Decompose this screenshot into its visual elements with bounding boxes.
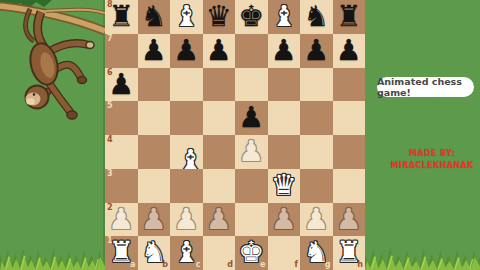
chess-board: 8♜♞♝♛♚♝♞♜7♟♟♟♟♟♟6♟5♟4♝♟3♛2♟♟♟♟♟♟♟1a♜b♞c♝… <box>105 0 365 270</box>
square-b2[interactable]: ♟ <box>138 203 171 237</box>
square-b1[interactable]: b♞ <box>138 236 171 270</box>
black-pawn-c7: ♟ <box>170 34 203 68</box>
rank-label-3: 3 <box>107 170 113 178</box>
rank-label-7: 7 <box>107 35 113 43</box>
square-b7[interactable]: ♟ <box>138 34 171 68</box>
square-c1[interactable]: c♝ <box>170 236 203 270</box>
square-g4[interactable] <box>300 135 333 169</box>
black-queen-d8: ♛ <box>203 0 236 34</box>
monkey-hand <box>86 42 94 49</box>
square-c2[interactable]: ♟ <box>170 203 203 237</box>
white-pawn-b2: ♟ <box>138 203 171 237</box>
rank-label-8: 8 <box>107 1 113 9</box>
video-frame: 8♜♞♝♛♚♝♞♜7♟♟♟♟♟♟6♟5♟4♝♟3♛2♟♟♟♟♟♟♟1a♜b♞c♝… <box>0 0 480 270</box>
square-c8[interactable]: ♝ <box>170 0 203 34</box>
square-e4[interactable]: ♟ <box>235 135 268 169</box>
square-h6[interactable] <box>333 68 366 102</box>
white-bishop-c8: ♝ <box>170 0 203 34</box>
square-d7[interactable]: ♟ <box>203 34 236 68</box>
file-label-a: a <box>130 261 135 269</box>
credit-line-2: MIRACLEKHANAK <box>384 160 480 172</box>
rank-label-6: 6 <box>107 69 113 77</box>
square-e5[interactable]: ♟ <box>235 101 268 135</box>
square-e7[interactable] <box>235 34 268 68</box>
square-e2[interactable] <box>235 203 268 237</box>
white-queen-f3: ♛ <box>268 169 301 203</box>
square-g6[interactable] <box>300 68 333 102</box>
square-f5[interactable] <box>268 101 301 135</box>
square-d8[interactable]: ♛ <box>203 0 236 34</box>
square-h4[interactable] <box>333 135 366 169</box>
monkey-hanging-illustration <box>0 0 105 138</box>
square-d1[interactable]: d <box>203 236 236 270</box>
square-f2[interactable]: ♟ <box>268 203 301 237</box>
file-label-b: b <box>162 261 168 269</box>
square-a1[interactable]: 1a♜ <box>105 236 138 270</box>
rank-label-4: 4 <box>107 136 113 144</box>
caption-pill: Animated chess game! <box>377 77 474 97</box>
black-rook-h8: ♜ <box>333 0 366 34</box>
credit-line-1: MADE BY: <box>384 148 480 160</box>
grass-right-icon <box>365 242 480 270</box>
square-e8[interactable]: ♚ <box>235 0 268 34</box>
rank-label-1: 1 <box>107 237 113 245</box>
rank-label-5: 5 <box>107 102 113 110</box>
black-pawn-h7: ♟ <box>333 34 366 68</box>
square-h3[interactable] <box>333 169 366 203</box>
square-a3[interactable]: 3 <box>105 169 138 203</box>
file-label-h: h <box>357 261 363 269</box>
square-b6[interactable] <box>138 68 171 102</box>
square-f4[interactable] <box>268 135 301 169</box>
monkey-eye <box>33 93 35 95</box>
file-label-f: f <box>295 261 298 269</box>
square-c7[interactable]: ♟ <box>170 34 203 68</box>
square-h2[interactable]: ♟ <box>333 203 366 237</box>
square-a2[interactable]: 2♟ <box>105 203 138 237</box>
monkey-foot-2 <box>67 111 77 119</box>
square-g8[interactable]: ♞ <box>300 0 333 34</box>
square-f1[interactable]: f <box>268 236 301 270</box>
square-a5[interactable]: 5 <box>105 101 138 135</box>
square-d2[interactable]: ♟ <box>203 203 236 237</box>
square-h1[interactable]: h♜ <box>333 236 366 270</box>
square-e6[interactable] <box>235 68 268 102</box>
square-g5[interactable] <box>300 101 333 135</box>
square-c6[interactable] <box>170 68 203 102</box>
square-e1[interactable]: e♚ <box>235 236 268 270</box>
file-label-g: g <box>325 261 331 269</box>
black-pawn-g7: ♟ <box>300 34 333 68</box>
square-f3[interactable]: ♛ <box>268 169 301 203</box>
black-pawn-b7: ♟ <box>138 34 171 68</box>
square-e3[interactable] <box>235 169 268 203</box>
square-h5[interactable] <box>333 101 366 135</box>
square-c3[interactable] <box>170 169 203 203</box>
white-pawn-d2: ♟ <box>203 203 236 237</box>
square-b3[interactable] <box>138 169 171 203</box>
credit-text: MADE BY: MIRACLEKHANAK <box>384 148 480 172</box>
white-bishop-f8: ♝ <box>268 0 301 34</box>
square-c4[interactable]: ♝ <box>170 135 203 169</box>
square-d4[interactable] <box>203 135 236 169</box>
square-g1[interactable]: g♞ <box>300 236 333 270</box>
black-pawn-f7: ♟ <box>268 34 301 68</box>
file-label-e: e <box>260 261 265 269</box>
white-pawn-f2: ♟ <box>268 203 301 237</box>
square-f7[interactable]: ♟ <box>268 34 301 68</box>
square-b4[interactable] <box>138 135 171 169</box>
square-a8[interactable]: 8♜ <box>105 0 138 34</box>
white-pawn-e4: ♟ <box>235 135 268 169</box>
square-h7[interactable]: ♟ <box>333 34 366 68</box>
white-pawn-c2: ♟ <box>170 203 203 237</box>
black-king-e8: ♚ <box>235 0 268 34</box>
square-g2[interactable]: ♟ <box>300 203 333 237</box>
square-g3[interactable] <box>300 169 333 203</box>
file-label-d: d <box>227 261 233 269</box>
square-a4[interactable]: 4 <box>105 135 138 169</box>
square-a6[interactable]: 6♟ <box>105 68 138 102</box>
square-d5[interactable] <box>203 101 236 135</box>
black-pawn-e5: ♟ <box>235 101 268 135</box>
square-g7[interactable]: ♟ <box>300 34 333 68</box>
caption-text: Animated chess game! <box>377 76 474 98</box>
grass-left-icon <box>0 242 105 270</box>
white-pawn-h2: ♟ <box>333 203 366 237</box>
square-f8[interactable]: ♝ <box>268 0 301 34</box>
rank-label-2: 2 <box>107 204 113 212</box>
white-pawn-g2: ♟ <box>300 203 333 237</box>
monkey-foot <box>78 77 87 84</box>
square-c5[interactable] <box>170 101 203 135</box>
square-b8[interactable]: ♞ <box>138 0 171 34</box>
square-a7[interactable]: 7 <box>105 34 138 68</box>
square-d6[interactable] <box>203 68 236 102</box>
square-d3[interactable] <box>203 169 236 203</box>
square-b5[interactable] <box>138 101 171 135</box>
black-knight-g8: ♞ <box>300 0 333 34</box>
black-pawn-d7: ♟ <box>203 34 236 68</box>
black-knight-b8: ♞ <box>138 0 171 34</box>
square-h8[interactable]: ♜ <box>333 0 366 34</box>
square-f6[interactable] <box>268 68 301 102</box>
file-label-c: c <box>196 261 201 269</box>
